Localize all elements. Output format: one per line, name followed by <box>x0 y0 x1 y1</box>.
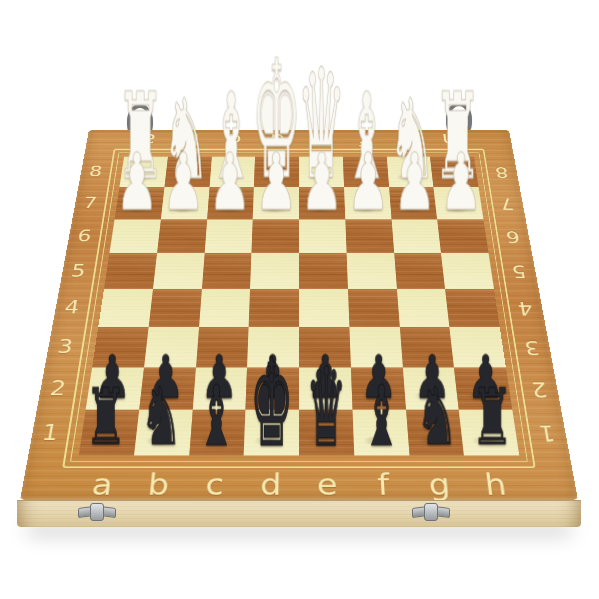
rank-label-5: 5 <box>59 253 97 289</box>
rank-label-right-6: 6 <box>495 219 531 253</box>
rank-label-4: 4 <box>52 289 91 327</box>
piece-black-knight[interactable]: ♞ <box>140 377 183 457</box>
square-a7[interactable]: ♟ <box>115 187 165 219</box>
latch-knob-icon <box>90 503 104 521</box>
piece-black-bishop[interactable]: ♝ <box>362 374 401 458</box>
square-f7[interactable]: ♟ <box>344 187 391 219</box>
square-a6[interactable] <box>109 219 160 253</box>
square-e6[interactable] <box>299 219 346 253</box>
square-b6[interactable] <box>157 219 207 253</box>
rank-label-7: 7 <box>72 187 107 219</box>
scene: abcdefgh abcdefgh 87654321 87654321 ♜♞♝♚… <box>0 0 599 599</box>
piece-black-knight[interactable]: ♞ <box>415 377 458 457</box>
square-c6[interactable] <box>204 219 253 253</box>
piece-black-rook[interactable]: ♜ <box>85 378 127 456</box>
piece-white-pawn[interactable]: ♟ <box>347 143 389 222</box>
rank-label-right-5: 5 <box>500 253 538 289</box>
chess-board: abcdefgh abcdefgh 87654321 87654321 ♜♞♝♚… <box>20 130 578 500</box>
square-d7[interactable]: ♟ <box>253 187 299 219</box>
square-f4[interactable] <box>348 289 400 327</box>
file-labels-top: abcdefgh <box>125 131 473 150</box>
rank-label-right-7: 7 <box>490 187 525 219</box>
square-b1[interactable]: ♞ <box>134 410 193 456</box>
square-e1[interactable]: ♛ <box>299 410 354 456</box>
file-label-top-d: d <box>256 131 299 150</box>
square-g7[interactable]: ♟ <box>389 187 438 219</box>
latch-right-icon <box>412 503 450 520</box>
square-d1[interactable]: ♚ <box>244 410 299 456</box>
square-f1[interactable]: ♝ <box>352 410 409 456</box>
file-label-top-g: g <box>384 131 429 150</box>
latch-left-icon <box>78 503 116 520</box>
square-g6[interactable] <box>391 219 441 253</box>
square-g5[interactable] <box>394 253 445 289</box>
square-c1[interactable]: ♝ <box>189 410 246 456</box>
square-g4[interactable] <box>396 289 449 327</box>
piece-white-pawn[interactable]: ♟ <box>301 143 343 222</box>
square-b4[interactable] <box>148 289 201 327</box>
latch-knob-icon <box>424 503 438 521</box>
square-c4[interactable] <box>199 289 251 327</box>
rank-label-8: 8 <box>78 157 112 187</box>
square-b7[interactable]: ♟ <box>161 187 210 219</box>
piece-white-pawn[interactable]: ♟ <box>393 143 435 222</box>
square-d6[interactable] <box>252 219 299 253</box>
square-h4[interactable] <box>445 289 500 327</box>
square-h1[interactable]: ♜ <box>459 410 519 456</box>
piece-white-pawn[interactable]: ♟ <box>116 143 158 222</box>
piece-black-bishop[interactable]: ♝ <box>197 374 236 458</box>
square-a1[interactable]: ♜ <box>79 410 139 456</box>
piece-black-rook[interactable]: ♜ <box>471 378 513 456</box>
square-e4[interactable] <box>299 289 349 327</box>
rank-label-6: 6 <box>66 219 102 253</box>
square-e5[interactable] <box>299 253 348 289</box>
square-b5[interactable] <box>153 253 204 289</box>
square-e7[interactable]: ♟ <box>299 187 345 219</box>
file-label-top-a: a <box>125 131 171 150</box>
piece-white-pawn[interactable]: ♟ <box>208 143 250 222</box>
square-g1[interactable]: ♞ <box>406 410 465 456</box>
square-c7[interactable]: ♟ <box>207 187 254 219</box>
file-label-top-c: c <box>212 131 256 150</box>
piece-white-pawn[interactable]: ♟ <box>439 143 481 222</box>
rank-label-1: 1 <box>28 410 71 456</box>
file-label-top-e: e <box>299 131 342 150</box>
file-label-top-h: h <box>427 131 473 150</box>
piece-black-king[interactable]: ♚ <box>250 343 293 464</box>
file-label-top-f: f <box>342 131 386 150</box>
rank-label-right-4: 4 <box>506 289 545 327</box>
rank-label-3: 3 <box>45 327 85 367</box>
piece-black-queen[interactable]: ♛ <box>306 353 347 462</box>
square-a5[interactable] <box>104 253 157 289</box>
square-f6[interactable] <box>345 219 394 253</box>
file-label-top-b: b <box>169 131 214 150</box>
square-f5[interactable] <box>346 253 396 289</box>
piece-white-pawn[interactable]: ♟ <box>162 143 204 222</box>
square-h6[interactable] <box>437 219 488 253</box>
rank-label-2: 2 <box>37 367 79 410</box>
square-h5[interactable] <box>441 253 494 289</box>
square-h7[interactable]: ♟ <box>434 187 484 219</box>
square-d4[interactable] <box>249 289 299 327</box>
square-c5[interactable] <box>202 253 252 289</box>
piece-white-pawn[interactable]: ♟ <box>255 143 297 222</box>
square-d5[interactable] <box>250 253 299 289</box>
rank-label-right-8: 8 <box>485 157 519 187</box>
square-a4[interactable] <box>98 289 153 327</box>
board-squares: ♜♞♝♚♛♝♞♜♟♟♟♟♟♟♟♟♟♟♟♟♟♟♟♟♜♞♝♚♛♝♞♜ <box>79 157 520 456</box>
